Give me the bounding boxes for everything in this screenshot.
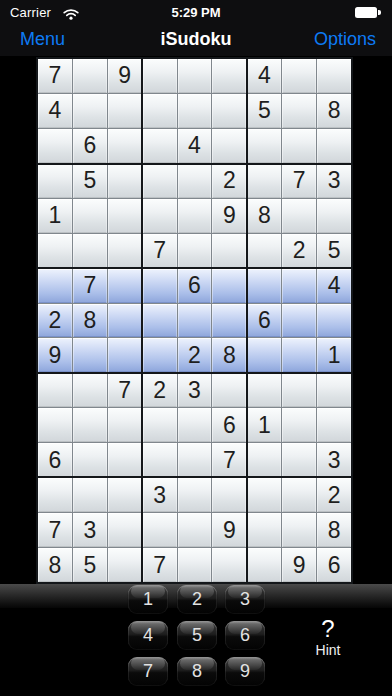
cell-r13c7[interactable] [247, 478, 281, 512]
key-label: 2 [192, 589, 202, 610]
given-digit: 2 [223, 169, 236, 192]
cell-r12c9[interactable]: 3 [317, 443, 351, 477]
cell-r13c4[interactable]: 3 [143, 478, 177, 512]
given-digit: 2 [153, 379, 166, 402]
key-5[interactable]: 5 [177, 621, 217, 650]
cell-r15c3[interactable] [108, 548, 142, 582]
hint-button[interactable]: ? Hint [298, 617, 358, 658]
cell-r8c5[interactable] [178, 304, 212, 338]
cell-r9c3[interactable] [108, 338, 142, 372]
cell-r8c7[interactable]: 6 [247, 304, 281, 338]
cell-r15c8[interactable]: 9 [282, 548, 316, 582]
cell-r11c4[interactable] [143, 408, 177, 442]
cell-r7c8[interactable] [282, 269, 316, 303]
given-digit: 8 [328, 99, 341, 122]
cell-r1c9[interactable] [317, 59, 351, 93]
cell-r10c6[interactable] [212, 373, 246, 407]
given-digit: 7 [118, 379, 131, 402]
cell-r2c2[interactable] [73, 94, 107, 128]
cell-r6c9[interactable]: 5 [317, 234, 351, 268]
cell-r6c7[interactable] [247, 234, 281, 268]
cell-r8c6[interactable] [212, 304, 246, 338]
cell-r13c3[interactable] [108, 478, 142, 512]
nav-bar: Menu iSudoku Options [0, 24, 392, 56]
cell-r2c6[interactable] [212, 94, 246, 128]
cell-r8c9[interactable] [317, 304, 351, 338]
cell-r4c5[interactable] [178, 164, 212, 198]
cell-r4c2[interactable]: 5 [73, 164, 107, 198]
cell-r3c5[interactable]: 4 [178, 129, 212, 163]
cell-r6c1[interactable] [38, 234, 72, 268]
cell-r15c7[interactable] [247, 548, 281, 582]
cell-r14c7[interactable] [247, 513, 281, 547]
question-mark-icon: ? [298, 617, 358, 641]
given-digit: 4 [188, 134, 201, 157]
cell-r9c9[interactable]: 1 [317, 338, 351, 372]
key-1[interactable]: 1 [128, 585, 168, 614]
cell-r9c6[interactable]: 8 [212, 338, 246, 372]
cell-r14c2[interactable]: 3 [73, 513, 107, 547]
key-label: 8 [192, 661, 202, 682]
status-bar: Carrier 5:29 PM [0, 0, 392, 24]
cell-r13c8[interactable] [282, 478, 316, 512]
cell-r2c5[interactable] [178, 94, 212, 128]
key-label: 9 [240, 661, 250, 682]
cell-r14c8[interactable] [282, 513, 316, 547]
given-digit: 9 [118, 64, 131, 87]
given-digit: 5 [83, 169, 96, 192]
given-digit: 2 [188, 344, 201, 367]
cell-r8c3[interactable] [108, 304, 142, 338]
given-digit: 8 [258, 204, 271, 227]
cell-r15c1[interactable]: 8 [38, 548, 72, 582]
cell-r9c7[interactable] [247, 338, 281, 372]
key-label: 7 [143, 661, 153, 682]
cell-r8c4[interactable] [143, 304, 177, 338]
cell-r12c1[interactable]: 6 [38, 443, 72, 477]
cell-r3c6[interactable] [212, 129, 246, 163]
cell-r5c4[interactable] [143, 199, 177, 233]
given-digit: 7 [49, 64, 62, 87]
key-9[interactable]: 9 [225, 657, 265, 686]
cell-r10c1[interactable] [38, 373, 72, 407]
key-7[interactable]: 7 [128, 657, 168, 686]
given-digit: 7 [49, 519, 62, 542]
cell-r12c8[interactable] [282, 443, 316, 477]
cell-r8c2[interactable]: 8 [73, 304, 107, 338]
cell-r13c2[interactable] [73, 478, 107, 512]
cell-r7c5[interactable]: 6 [178, 269, 212, 303]
cell-r4c1[interactable] [38, 164, 72, 198]
given-digit: 4 [258, 64, 271, 87]
given-digit: 7 [293, 169, 306, 192]
given-digit: 3 [328, 449, 341, 472]
cell-r1c1[interactable]: 7 [38, 59, 72, 93]
cell-r11c6[interactable]: 6 [212, 408, 246, 442]
cell-r5c6[interactable]: 9 [212, 199, 246, 233]
given-digit: 1 [258, 414, 271, 437]
cell-r3c2[interactable]: 6 [73, 129, 107, 163]
cell-r7c9[interactable]: 4 [317, 269, 351, 303]
given-digit: 2 [293, 239, 306, 262]
given-digit: 7 [83, 274, 96, 297]
cell-r6c3[interactable] [108, 234, 142, 268]
cell-r10c2[interactable] [73, 373, 107, 407]
cell-r5c2[interactable] [73, 199, 107, 233]
cell-r10c8[interactable] [282, 373, 316, 407]
cell-r3c8[interactable] [282, 129, 316, 163]
cell-r10c7[interactable] [247, 373, 281, 407]
cell-r1c6[interactable] [212, 59, 246, 93]
cell-r2c9[interactable]: 8 [317, 94, 351, 128]
clock: 5:29 PM [0, 5, 392, 20]
cell-r4c8[interactable]: 7 [282, 164, 316, 198]
cell-r14c6[interactable]: 9 [212, 513, 246, 547]
options-button[interactable]: Options [314, 29, 376, 50]
cell-r3c9[interactable] [317, 129, 351, 163]
cell-r2c8[interactable] [282, 94, 316, 128]
given-digit: 6 [223, 414, 236, 437]
cell-r7c3[interactable] [108, 269, 142, 303]
given-digit: 8 [83, 309, 96, 332]
cell-r9c4[interactable] [143, 338, 177, 372]
given-digit: 5 [83, 554, 96, 577]
cell-r11c5[interactable] [178, 408, 212, 442]
given-digit: 1 [328, 344, 341, 367]
given-digit: 6 [258, 309, 271, 332]
given-digit: 1 [49, 204, 62, 227]
cell-r13c5[interactable] [178, 478, 212, 512]
hint-label: Hint [298, 642, 358, 658]
cell-r10c4[interactable]: 2 [143, 373, 177, 407]
cell-r15c4[interactable]: 7 [143, 548, 177, 582]
cell-r4c3[interactable] [108, 164, 142, 198]
given-digit: 3 [328, 169, 341, 192]
cell-r10c5[interactable]: 3 [178, 373, 212, 407]
key-3[interactable]: 3 [225, 585, 265, 614]
cell-r5c1[interactable]: 1 [38, 199, 72, 233]
battery-icon [355, 7, 377, 18]
given-digit: 8 [223, 344, 236, 367]
cell-r1c7[interactable]: 4 [247, 59, 281, 93]
cell-r13c6[interactable] [212, 478, 246, 512]
cell-r4c9[interactable]: 3 [317, 164, 351, 198]
key-label: 6 [240, 625, 250, 646]
cell-r12c2[interactable] [73, 443, 107, 477]
given-digit: 7 [223, 449, 236, 472]
cell-r14c9[interactable]: 8 [317, 513, 351, 547]
given-digit: 4 [328, 274, 341, 297]
key-2[interactable]: 2 [177, 585, 217, 614]
cell-r14c1[interactable]: 7 [38, 513, 72, 547]
cell-r6c8[interactable]: 2 [282, 234, 316, 268]
cell-r11c3[interactable] [108, 408, 142, 442]
cell-r11c1[interactable] [38, 408, 72, 442]
cell-r1c4[interactable] [143, 59, 177, 93]
cell-r7c2[interactable]: 7 [73, 269, 107, 303]
key-8[interactable]: 8 [177, 657, 217, 686]
cell-r1c5[interactable] [178, 59, 212, 93]
cell-r11c7[interactable]: 1 [247, 408, 281, 442]
cell-r13c9[interactable]: 2 [317, 478, 351, 512]
given-digit: 8 [49, 554, 62, 577]
cell-r5c9[interactable] [317, 199, 351, 233]
given-digit: 7 [153, 239, 166, 262]
cell-r12c7[interactable] [247, 443, 281, 477]
cell-r2c1[interactable]: 4 [38, 94, 72, 128]
cell-r5c3[interactable] [108, 199, 142, 233]
given-digit: 9 [49, 344, 62, 367]
key-label: 1 [143, 589, 153, 610]
cell-r14c4[interactable] [143, 513, 177, 547]
given-digit: 9 [293, 554, 306, 577]
cell-r11c8[interactable] [282, 408, 316, 442]
given-digit: 6 [188, 274, 201, 297]
cell-r3c4[interactable] [143, 129, 177, 163]
cell-r12c4[interactable] [143, 443, 177, 477]
cell-r15c9[interactable]: 6 [317, 548, 351, 582]
cell-r2c3[interactable] [108, 94, 142, 128]
cell-r6c5[interactable] [178, 234, 212, 268]
cell-r13c1[interactable] [38, 478, 72, 512]
cell-r3c1[interactable] [38, 129, 72, 163]
cell-r7c1[interactable] [38, 269, 72, 303]
cell-r10c9[interactable] [317, 373, 351, 407]
cell-r10c3[interactable]: 7 [108, 373, 142, 407]
cell-r11c2[interactable] [73, 408, 107, 442]
given-digit: 3 [188, 379, 201, 402]
key-label: 5 [192, 625, 202, 646]
cell-r6c2[interactable] [73, 234, 107, 268]
cell-r9c2[interactable] [73, 338, 107, 372]
cell-r12c3[interactable] [108, 443, 142, 477]
cell-r7c7[interactable] [247, 269, 281, 303]
given-digit: 6 [328, 554, 341, 577]
cell-r6c4[interactable]: 7 [143, 234, 177, 268]
cell-r1c8[interactable] [282, 59, 316, 93]
given-digit: 7 [153, 554, 166, 577]
given-digit: 2 [49, 309, 62, 332]
cell-r5c5[interactable] [178, 199, 212, 233]
key-4[interactable]: 4 [128, 621, 168, 650]
cell-r15c5[interactable] [178, 548, 212, 582]
cell-r2c7[interactable]: 5 [247, 94, 281, 128]
cell-r9c1[interactable]: 9 [38, 338, 72, 372]
given-digit: 6 [49, 449, 62, 472]
key-label: 4 [143, 625, 153, 646]
given-digit: 4 [49, 99, 62, 122]
cell-r8c1[interactable]: 2 [38, 304, 72, 338]
cell-r5c7[interactable]: 8 [247, 199, 281, 233]
key-6[interactable]: 6 [225, 621, 265, 650]
cell-r11c9[interactable] [317, 408, 351, 442]
given-digit: 8 [328, 519, 341, 542]
cell-r2c4[interactable] [143, 94, 177, 128]
cell-r12c6[interactable]: 7 [212, 443, 246, 477]
cell-r6c6[interactable] [212, 234, 246, 268]
cell-r4c6[interactable]: 2 [212, 164, 246, 198]
given-digit: 5 [258, 99, 271, 122]
given-digit: 3 [153, 484, 166, 507]
cell-r3c7[interactable] [247, 129, 281, 163]
given-digit: 9 [223, 519, 236, 542]
given-digit: 3 [83, 519, 96, 542]
key-label: 3 [240, 589, 250, 610]
cell-r1c2[interactable] [73, 59, 107, 93]
cell-r4c4[interactable] [143, 164, 177, 198]
given-digit: 9 [223, 204, 236, 227]
cell-r3c3[interactable] [108, 129, 142, 163]
cell-r14c3[interactable] [108, 513, 142, 547]
cell-r5c8[interactable] [282, 199, 316, 233]
cell-r7c6[interactable] [212, 269, 246, 303]
cell-r8c8[interactable] [282, 304, 316, 338]
cell-r7c4[interactable] [143, 269, 177, 303]
cell-r9c8[interactable] [282, 338, 316, 372]
cell-r15c2[interactable]: 5 [73, 548, 107, 582]
cell-r12c5[interactable] [178, 443, 212, 477]
given-digit: 2 [328, 484, 341, 507]
cell-r4c7[interactable] [247, 164, 281, 198]
given-digit: 5 [328, 239, 341, 262]
cell-r15c6[interactable] [212, 548, 246, 582]
cell-r1c3[interactable]: 9 [108, 59, 142, 93]
cell-r14c5[interactable] [178, 513, 212, 547]
sudoku-board: 7944586452731987257642869281723616733273… [36, 57, 353, 584]
cell-r9c5[interactable]: 2 [178, 338, 212, 372]
given-digit: 6 [83, 134, 96, 157]
